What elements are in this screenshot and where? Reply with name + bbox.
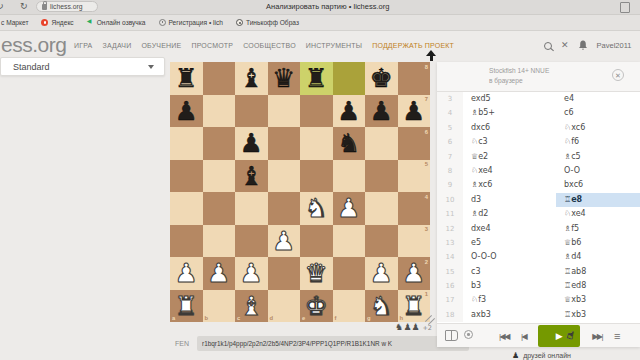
black-B-piece[interactable]: ♝ bbox=[235, 62, 268, 95]
square-e3[interactable] bbox=[300, 225, 333, 258]
friends-label: друзей онлайн bbox=[523, 352, 571, 359]
black-move[interactable]: ♕xb3 bbox=[556, 293, 640, 307]
black-N-piece[interactable]: ♞ bbox=[333, 127, 366, 160]
black-K-piece[interactable]: ♚ bbox=[365, 62, 398, 95]
go-to-start-button[interactable]: |◀◀ bbox=[499, 332, 509, 341]
square-b6[interactable] bbox=[203, 127, 236, 160]
nav-item-просмотр[interactable]: ПРОСМОТР bbox=[191, 42, 233, 49]
chess-board[interactable]: ♜♝♛♜♚8♟♟♟♟7♟♞6♝5♞♟4♟3♟♟♟♛♟♟2♜ab♝cd♚ef♞g♜… bbox=[170, 62, 430, 322]
nav-item-задачи[interactable]: ЗАДАЧИ bbox=[103, 42, 132, 49]
move-row: 4♗b5+c6 bbox=[437, 106, 640, 120]
material-pieces: ♞♟♟ bbox=[395, 322, 419, 332]
opening-book-icon[interactable] bbox=[445, 330, 458, 341]
square-e8[interactable]: ♜ bbox=[300, 62, 333, 95]
white-move[interactable]: dxc6 bbox=[463, 121, 556, 135]
move-number: 5 bbox=[437, 121, 463, 135]
rank-label: 4 bbox=[425, 194, 428, 200]
black-move[interactable]: ♕b6 bbox=[556, 236, 640, 250]
move-row: 16b3♖ed8 bbox=[437, 279, 640, 293]
move-number: 3 bbox=[437, 92, 463, 106]
white-move[interactable]: ♕e2 bbox=[463, 150, 556, 164]
analysis-panel: Stockfish 14+ NNUE в браузере ✕ 3exd5e44… bbox=[437, 62, 640, 347]
black-Q-piece[interactable]: ♛ bbox=[268, 62, 301, 95]
square-b3[interactable] bbox=[203, 225, 236, 258]
move-row: 15c3♖ab8 bbox=[437, 265, 640, 279]
square-a6[interactable] bbox=[170, 127, 203, 160]
file-label: a bbox=[172, 315, 175, 321]
material-advantage: ♞♟♟ +2 bbox=[360, 322, 432, 332]
square-e2[interactable]: ♛ bbox=[300, 257, 333, 290]
square-g5[interactable] bbox=[365, 160, 398, 193]
black-move[interactable]: ♗d4 bbox=[556, 250, 640, 264]
square-f4[interactable]: ♟ bbox=[333, 192, 366, 225]
speaker-favicon-icon bbox=[87, 19, 94, 26]
black-move[interactable]: ♘xc6 bbox=[556, 121, 640, 135]
black-P-piece[interactable]: ♟ bbox=[170, 95, 203, 128]
next-move-button[interactable]: ▶▶| bbox=[592, 332, 602, 341]
main-nav: ИГРАЗАДАЧИОБУЧЕНИЕПРОСМОТРСООБЩЕСТВОИНСТ… bbox=[74, 42, 454, 49]
chevron-down-icon bbox=[148, 65, 154, 69]
square-d5[interactable] bbox=[268, 160, 301, 193]
nav-item-donate[interactable]: ПОДДЕРЖАТЬ ПРОЕКТ bbox=[372, 42, 454, 49]
white-Q-piece[interactable]: ♛ bbox=[300, 257, 333, 290]
engine-location: в браузере bbox=[489, 77, 523, 84]
white-move[interactable]: ♗xc6 bbox=[463, 178, 556, 192]
white-move[interactable]: d3 bbox=[463, 193, 556, 207]
black-move[interactable]: ♘xe4 bbox=[556, 207, 640, 221]
browser-titlebar: ↻ ↻ lichess.org Анализировать партию • l… bbox=[0, 0, 640, 15]
square-f5[interactable] bbox=[333, 160, 366, 193]
rank-label: 6 bbox=[425, 129, 428, 135]
variant-select[interactable]: Standard bbox=[0, 57, 165, 76]
black-move[interactable]: e4 bbox=[556, 92, 640, 106]
bookmark-item[interactable]: Яндекс bbox=[41, 19, 73, 26]
bookmark-label: с Маркет bbox=[1, 19, 28, 26]
move-number: 16 bbox=[437, 279, 463, 293]
square-h2[interactable]: ♟2 bbox=[398, 257, 431, 290]
white-move[interactable]: e5 bbox=[463, 236, 556, 250]
controls-bar: |◀◀ |◀ ▶ ☝ ▶▶| ≡ bbox=[437, 323, 640, 347]
rank-label: 5 bbox=[425, 161, 428, 167]
window-title: Анализировать партию • lichess.org bbox=[266, 2, 389, 11]
material-score: +2 bbox=[422, 324, 432, 332]
square-b2[interactable]: ♟ bbox=[203, 257, 236, 290]
pawn-icon: ♟ bbox=[512, 351, 519, 360]
white-move[interactable]: ♗b5+ bbox=[463, 106, 556, 120]
prev-move-button[interactable]: |◀ bbox=[521, 332, 526, 341]
variant-label: Standard bbox=[13, 62, 50, 72]
black-move[interactable]: bxc6 bbox=[556, 178, 640, 192]
white-move[interactable]: ♘f3 bbox=[463, 293, 556, 307]
square-c4[interactable] bbox=[235, 192, 268, 225]
move-number: 12 bbox=[437, 222, 463, 236]
black-move[interactable]: ♖e8 bbox=[556, 193, 640, 207]
bookmark-panel-icon[interactable] bbox=[620, 2, 630, 13]
move-row: 13e5♕b6 bbox=[437, 236, 640, 250]
black-B-piece[interactable]: ♝ bbox=[235, 160, 268, 193]
square-c6[interactable]: ♟ bbox=[235, 127, 268, 160]
white-P-piece[interactable]: ♟ bbox=[333, 192, 366, 225]
move-number: 15 bbox=[437, 265, 463, 279]
move-row: 7♕e2♗c5 bbox=[437, 150, 640, 164]
challenges-icon[interactable]: ✕ bbox=[561, 41, 569, 50]
square-g1[interactable]: ♞g bbox=[365, 290, 398, 323]
menu-icon[interactable]: ≡ bbox=[614, 330, 620, 342]
black-P-piece[interactable]: ♟ bbox=[365, 95, 398, 128]
move-row: 9♗xc6bxc6 bbox=[437, 178, 640, 192]
practice-icon[interactable] bbox=[464, 330, 473, 339]
square-h6[interactable]: 6 bbox=[398, 127, 431, 160]
move-row: 10d3♖e8 bbox=[437, 193, 640, 207]
black-move[interactable]: ♘f6 bbox=[556, 135, 640, 149]
play-button[interactable]: ▶ ☝ bbox=[538, 325, 580, 347]
move-row: 12dxe4♗f5 bbox=[437, 222, 640, 236]
black-R-piece[interactable]: ♜ bbox=[170, 62, 203, 95]
square-g4[interactable] bbox=[365, 192, 398, 225]
black-move[interactable]: c6 bbox=[556, 106, 640, 120]
black-move[interactable]: ♖ed8 bbox=[556, 279, 640, 293]
padlock-icon bbox=[42, 4, 47, 10]
square-h4[interactable]: 4 bbox=[398, 192, 431, 225]
move-number: 13 bbox=[437, 236, 463, 250]
bookmark-label: Тинькофф Образ bbox=[246, 19, 299, 26]
address-url: lichess.org bbox=[50, 3, 83, 10]
square-h7[interactable]: ♟7 bbox=[398, 95, 431, 128]
nav-item-обучение[interactable]: ОБУЧЕНИЕ bbox=[141, 42, 181, 49]
header-icons: ✕ Pavel2011 bbox=[544, 40, 631, 51]
screen: ↻ ↻ lichess.org Анализировать партию • l… bbox=[0, 0, 640, 360]
file-label: d bbox=[270, 315, 274, 321]
engine-name: Stockfish 14+ NNUE bbox=[489, 67, 549, 74]
rank-label: 3 bbox=[425, 226, 428, 232]
square-b1[interactable]: b bbox=[203, 290, 236, 323]
lichess-logo[interactable]: ess.org bbox=[1, 33, 66, 57]
white-P-piece[interactable]: ♟ bbox=[203, 257, 236, 290]
bookmark-item[interactable]: с Маркет bbox=[1, 19, 28, 26]
search-icon[interactable] bbox=[544, 42, 552, 50]
square-c2[interactable]: ♟ bbox=[235, 257, 268, 290]
move-number: 4 bbox=[437, 106, 463, 120]
black-move[interactable]: ♗c5 bbox=[556, 150, 640, 164]
white-move[interactable]: c3 bbox=[463, 265, 556, 279]
bookmark-label: Онлайн озвучка bbox=[97, 19, 146, 26]
white-move[interactable]: ♘xe4 bbox=[463, 164, 556, 178]
square-f3[interactable] bbox=[333, 225, 366, 258]
square-a4[interactable] bbox=[170, 192, 203, 225]
black-R-piece[interactable]: ♜ bbox=[300, 62, 333, 95]
square-a8[interactable]: ♜ bbox=[170, 62, 203, 95]
black-move[interactable]: ♖ab8 bbox=[556, 265, 640, 279]
square-b5[interactable] bbox=[203, 160, 236, 193]
rank-label: 1 bbox=[425, 291, 428, 297]
white-P-piece[interactable]: ♟ bbox=[365, 257, 398, 290]
bookmark-label: Регистрация • lich bbox=[169, 19, 223, 26]
move-row: 14O-O-O♗d4 bbox=[437, 250, 640, 264]
white-P-piece[interactable]: ♟ bbox=[268, 225, 301, 258]
fen-label: FEN bbox=[175, 340, 189, 347]
nav-item-инструменты[interactable]: ИНСТРУМЕНТЫ bbox=[306, 42, 362, 49]
square-g6[interactable] bbox=[365, 127, 398, 160]
bell-icon[interactable] bbox=[578, 40, 588, 51]
square-b8[interactable] bbox=[203, 62, 236, 95]
square-d1[interactable]: d bbox=[268, 290, 301, 323]
square-e5[interactable] bbox=[300, 160, 333, 193]
white-move[interactable]: O-O-O bbox=[463, 250, 556, 264]
nav-buttons: |◀◀ |◀ ▶ ☝ ▶▶| ≡ bbox=[499, 324, 620, 348]
square-d3[interactable]: ♟ bbox=[268, 225, 301, 258]
square-a7[interactable]: ♟ bbox=[170, 95, 203, 128]
rank-label: 7 bbox=[425, 96, 428, 102]
bookmark-item[interactable]: Онлайн озвучка bbox=[87, 19, 146, 26]
reload-icon[interactable]: ↻ bbox=[20, 1, 28, 11]
move-number: 11 bbox=[437, 207, 463, 221]
file-label: e bbox=[302, 315, 305, 321]
move-list: 3exd5e44♗b5+c65dxc6♘xc66♘c3♘f67♕e2♗c58♘x… bbox=[437, 92, 640, 323]
move-number: 14 bbox=[437, 250, 463, 264]
white-move[interactable]: exd5 bbox=[463, 92, 556, 106]
engine-header: Stockfish 14+ NNUE в браузере ✕ bbox=[437, 62, 640, 92]
square-c5[interactable]: ♝ bbox=[235, 160, 268, 193]
tinkoff-favicon-icon bbox=[236, 19, 243, 26]
bookmark-item[interactable]: Тинькофф Образ bbox=[236, 19, 299, 26]
square-a1[interactable]: ♜a bbox=[170, 290, 203, 323]
square-c8[interactable]: ♝ bbox=[235, 62, 268, 95]
address-bar[interactable]: lichess.org bbox=[36, 1, 98, 12]
nav-item-сообщество[interactable]: СООБЩЕСТВО bbox=[243, 42, 296, 49]
black-P-piece[interactable]: ♟ bbox=[235, 127, 268, 160]
square-f6[interactable]: ♞ bbox=[333, 127, 366, 160]
white-move[interactable]: b3 bbox=[463, 279, 556, 293]
bookmark-item[interactable]: Регистрация • lich bbox=[159, 19, 223, 26]
pointer-up-icon bbox=[426, 50, 436, 61]
close-icon[interactable]: ✕ bbox=[612, 69, 624, 81]
square-h3[interactable]: 3 bbox=[398, 225, 431, 258]
clock-favicon-icon bbox=[159, 19, 166, 26]
square-c1[interactable]: ♝c bbox=[235, 290, 268, 323]
move-number: 7 bbox=[437, 150, 463, 164]
yandex-favicon-icon bbox=[41, 19, 48, 26]
square-d7[interactable] bbox=[268, 95, 301, 128]
square-e4[interactable]: ♞ bbox=[300, 192, 333, 225]
square-b7[interactable] bbox=[203, 95, 236, 128]
square-f8[interactable] bbox=[333, 62, 366, 95]
square-f1[interactable]: f bbox=[333, 290, 366, 323]
white-move[interactable]: ♗d2 bbox=[463, 207, 556, 221]
rank-label: 8 bbox=[425, 64, 428, 70]
bookmarks-bar: с МаркетЯндексОнлайн озвучкаРегистрация … bbox=[0, 15, 640, 31]
square-e6[interactable] bbox=[300, 127, 333, 160]
file-label: b bbox=[205, 315, 209, 321]
file-label: h bbox=[400, 315, 404, 321]
bookmark-label: Яндекс bbox=[51, 19, 73, 26]
move-number: 17 bbox=[437, 293, 463, 307]
move-row: 3exd5e4 bbox=[437, 92, 640, 106]
back-icon[interactable]: ↻ bbox=[0, 1, 4, 11]
file-label: c bbox=[237, 315, 240, 321]
square-a3[interactable] bbox=[170, 225, 203, 258]
move-number: 10 bbox=[437, 193, 463, 207]
white-P-piece[interactable]: ♟ bbox=[235, 257, 268, 290]
white-N-piece[interactable]: ♞ bbox=[300, 192, 333, 225]
play-icon: ▶ bbox=[556, 331, 563, 341]
square-a2[interactable]: ♟ bbox=[170, 257, 203, 290]
square-c3[interactable] bbox=[235, 225, 268, 258]
move-number: 18 bbox=[437, 308, 463, 322]
white-move[interactable]: axb3 bbox=[463, 308, 556, 322]
move-row: 18axb3♖xb3 bbox=[437, 308, 640, 322]
square-g8[interactable]: ♚ bbox=[365, 62, 398, 95]
file-label: f bbox=[335, 315, 337, 321]
square-e1[interactable]: ♚e bbox=[300, 290, 333, 323]
square-f7[interactable]: ♟ bbox=[333, 95, 366, 128]
username[interactable]: Pavel2011 bbox=[597, 41, 632, 50]
square-g7[interactable]: ♟ bbox=[365, 95, 398, 128]
move-row: 8♘xe4O-O bbox=[437, 164, 640, 178]
square-c7[interactable] bbox=[235, 95, 268, 128]
move-row: 17♘f3♕xb3 bbox=[437, 293, 640, 307]
move-number: 8 bbox=[437, 164, 463, 178]
black-move[interactable]: O-O bbox=[556, 164, 640, 178]
white-move[interactable]: dxe4 bbox=[463, 222, 556, 236]
square-f2[interactable] bbox=[333, 257, 366, 290]
move-number: 9 bbox=[437, 178, 463, 192]
square-d8[interactable]: ♛ bbox=[268, 62, 301, 95]
square-b4[interactable] bbox=[203, 192, 236, 225]
black-move[interactable]: ♗f5 bbox=[556, 222, 640, 236]
move-row: 11♗d2♘xe4 bbox=[437, 207, 640, 221]
square-g3[interactable] bbox=[365, 225, 398, 258]
square-g2[interactable]: ♟ bbox=[365, 257, 398, 290]
square-h8[interactable]: 8 bbox=[398, 62, 431, 95]
move-row: 5dxc6♘xc6 bbox=[437, 121, 640, 135]
fen-row: FEN bbox=[170, 336, 469, 351]
move-number: 6 bbox=[437, 135, 463, 149]
square-a5[interactable] bbox=[170, 160, 203, 193]
square-h5[interactable]: 5 bbox=[398, 160, 431, 193]
file-label: g bbox=[367, 315, 371, 321]
square-d6[interactable] bbox=[268, 127, 301, 160]
hand-cursor-icon: ☝ bbox=[566, 328, 576, 342]
rank-label: 2 bbox=[425, 259, 428, 265]
white-move[interactable]: ♘c3 bbox=[463, 135, 556, 149]
black-move[interactable]: ♖xb3 bbox=[556, 308, 640, 322]
square-d4[interactable] bbox=[268, 192, 301, 225]
fen-input[interactable] bbox=[197, 336, 469, 351]
friends-online[interactable]: ♟ друзей онлайн bbox=[512, 351, 571, 360]
move-row: 6♘c3♘f6 bbox=[437, 135, 640, 149]
square-e7[interactable] bbox=[300, 95, 333, 128]
square-d2[interactable] bbox=[268, 257, 301, 290]
nav-item-игра[interactable]: ИГРА bbox=[74, 42, 93, 49]
white-P-piece[interactable]: ♟ bbox=[170, 257, 203, 290]
black-P-piece[interactable]: ♟ bbox=[333, 95, 366, 128]
